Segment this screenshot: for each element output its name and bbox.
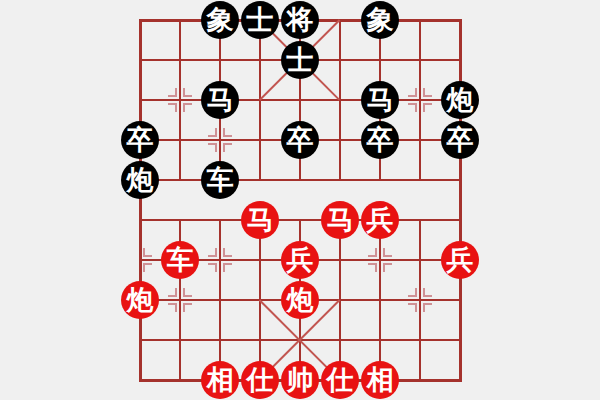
piece-black-soldier-4[interactable]: 卒 xyxy=(441,121,479,159)
piece-black-chariot[interactable]: 车 xyxy=(201,161,239,199)
piece-black-advisor-2[interactable]: 士 xyxy=(281,41,319,79)
piece-black-horse-1[interactable]: 马 xyxy=(201,81,239,119)
piece-red-cannon-1[interactable]: 炮 xyxy=(121,281,159,319)
piece-black-soldier-3[interactable]: 卒 xyxy=(361,121,399,159)
piece-black-elephant-1[interactable]: 象 xyxy=(201,1,239,39)
piece-black-soldier-2[interactable]: 卒 xyxy=(281,121,319,159)
piece-black-soldier-1[interactable]: 卒 xyxy=(121,121,159,159)
piece-red-horse-1[interactable]: 马 xyxy=(241,201,279,239)
piece-red-soldier-2[interactable]: 兵 xyxy=(281,241,319,279)
piece-black-horse-2[interactable]: 马 xyxy=(361,81,399,119)
piece-red-horse-2[interactable]: 马 xyxy=(321,201,359,239)
piece-black-elephant-2[interactable]: 象 xyxy=(361,1,399,39)
piece-black-cannon-2[interactable]: 炮 xyxy=(121,161,159,199)
piece-red-cannon-2[interactable]: 炮 xyxy=(281,281,319,319)
piece-red-advisor-1[interactable]: 仕 xyxy=(241,361,279,399)
piece-red-elephant-1[interactable]: 相 xyxy=(201,361,239,399)
piece-red-advisor-2[interactable]: 仕 xyxy=(321,361,359,399)
piece-red-chariot[interactable]: 车 xyxy=(161,241,199,279)
board-pieces-grid: 象士将象士马马炮卒卒卒卒炮车马马兵车兵兵炮炮相仕帅仕相 xyxy=(120,0,480,400)
piece-black-advisor-1[interactable]: 士 xyxy=(241,1,279,39)
piece-black-cannon-1[interactable]: 炮 xyxy=(441,81,479,119)
xiangqi-board: 象士将象士马马炮卒卒卒卒炮车马马兵车兵兵炮炮相仕帅仕相 xyxy=(0,0,600,400)
piece-red-soldier-1[interactable]: 兵 xyxy=(361,201,399,239)
piece-red-elephant-2[interactable]: 相 xyxy=(361,361,399,399)
piece-black-king[interactable]: 将 xyxy=(281,1,319,39)
piece-red-king[interactable]: 帅 xyxy=(281,361,319,399)
piece-red-soldier-3[interactable]: 兵 xyxy=(441,241,479,279)
